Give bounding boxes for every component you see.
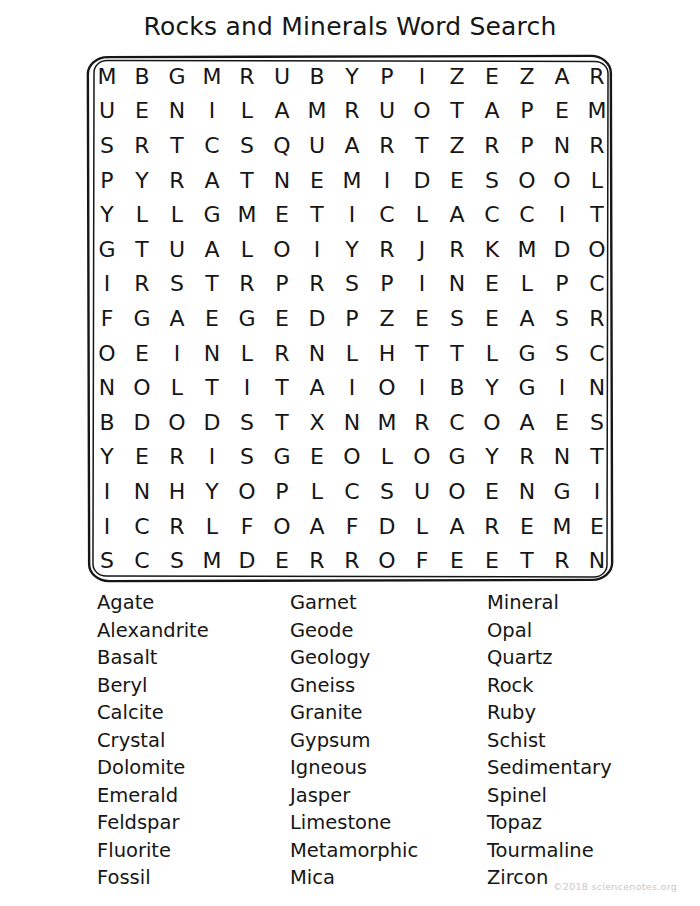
grid-cell-r8c13[interactable]: A bbox=[510, 302, 545, 337]
grid-cell-r14c6[interactable]: O bbox=[265, 509, 300, 544]
grid-cell-r2c7[interactable]: M bbox=[300, 94, 335, 129]
grid-cell-r11c5[interactable]: S bbox=[230, 405, 265, 440]
grid-cell-r10c1[interactable]: N bbox=[90, 371, 125, 406]
grid-cell-r4c5[interactable]: T bbox=[230, 163, 265, 198]
grid-cell-r11c10[interactable]: R bbox=[405, 405, 440, 440]
grid-cell-r7c6[interactable]: P bbox=[265, 267, 300, 302]
grid-cell-r3c3[interactable]: T bbox=[160, 129, 195, 164]
word-item-opal: Opal bbox=[487, 617, 612, 645]
word-item-alexandrite: Alexandrite bbox=[97, 617, 209, 645]
word-item-basalt: Basalt bbox=[97, 644, 209, 672]
grid-cell-r5c3[interactable]: L bbox=[160, 198, 195, 233]
grid-cell-r15c11[interactable]: E bbox=[440, 544, 475, 579]
grid-cell-r7c11[interactable]: N bbox=[440, 267, 475, 302]
word-search-page: Rocks and Minerals Word Search MBGMRUBYP… bbox=[0, 0, 700, 906]
grid-cell-r8c14[interactable]: S bbox=[545, 302, 580, 337]
grid-cell-r3c2[interactable]: R bbox=[125, 129, 160, 164]
word-item-mica: Mica bbox=[290, 864, 418, 892]
grid-cell-r15c14[interactable]: R bbox=[545, 544, 580, 579]
grid-cell-r1c7[interactable]: B bbox=[300, 60, 335, 95]
grid-cell-r3c7[interactable]: U bbox=[300, 129, 335, 164]
grid-cell-r4c14[interactable]: O bbox=[545, 163, 580, 198]
grid-cell-r5c5[interactable]: M bbox=[230, 198, 265, 233]
grid-cell-r4c8[interactable]: M bbox=[335, 163, 370, 198]
word-item-geology: Geology bbox=[290, 644, 418, 672]
grid-cell-r2c3[interactable]: N bbox=[160, 94, 195, 129]
grid-cell-r8c9[interactable]: Z bbox=[370, 302, 405, 337]
grid-cell-r13c1[interactable]: I bbox=[90, 475, 125, 510]
word-item-schist: Schist bbox=[487, 727, 612, 755]
word-item-rock: Rock bbox=[487, 672, 612, 700]
grid-cell-r3c11[interactable]: Z bbox=[440, 129, 475, 164]
grid-cell-r15c8[interactable]: R bbox=[335, 544, 370, 579]
grid-cell-r4c6[interactable]: N bbox=[265, 163, 300, 198]
grid-cell-r6c11[interactable]: R bbox=[440, 232, 475, 267]
grid-cell-r13c8[interactable]: C bbox=[335, 475, 370, 510]
grid-cell-r12c5[interactable]: S bbox=[230, 440, 265, 475]
grid-cell-r8c10[interactable]: E bbox=[405, 302, 440, 337]
grid-cell-r2c11[interactable]: T bbox=[440, 94, 475, 129]
grid-cell-r8c4[interactable]: E bbox=[195, 302, 230, 337]
grid-cell-r15c3[interactable]: S bbox=[160, 544, 195, 579]
grid-cell-r5c15[interactable]: T bbox=[580, 198, 615, 233]
grid-cell-r15c13[interactable]: T bbox=[510, 544, 545, 579]
grid-cell-r12c12[interactable]: Y bbox=[475, 440, 510, 475]
grid-cell-r15c4[interactable]: M bbox=[195, 544, 230, 579]
word-item-sedimentary: Sedimentary bbox=[487, 754, 612, 782]
grid-cell-r4c2[interactable]: Y bbox=[125, 163, 160, 198]
grid-cell-r11c6[interactable]: T bbox=[265, 405, 300, 440]
grid-cell-r3c9[interactable]: R bbox=[370, 129, 405, 164]
grid-cell-r6c8[interactable]: Y bbox=[335, 232, 370, 267]
grid-cell-r6c12[interactable]: K bbox=[475, 232, 510, 267]
copyright-text: ©2018 sciencenotes.org bbox=[553, 881, 677, 892]
word-item-calcite: Calcite bbox=[97, 699, 209, 727]
grid-cell-r3c6[interactable]: Q bbox=[265, 129, 300, 164]
grid-cell-r15c7[interactable]: R bbox=[300, 544, 335, 579]
word-item-agate: Agate bbox=[97, 589, 209, 617]
grid-cell-r10c4[interactable]: T bbox=[195, 371, 230, 406]
grid-cell-r14c7[interactable]: A bbox=[300, 509, 335, 544]
word-item-fluorite: Fluorite bbox=[97, 837, 209, 865]
grid-cell-r2c12[interactable]: A bbox=[475, 94, 510, 129]
grid-cell-r12c15[interactable]: T bbox=[580, 440, 615, 475]
word-item-gneiss: Gneiss bbox=[290, 672, 418, 700]
grid-cell-r1c1[interactable]: M bbox=[90, 60, 125, 95]
grid-cell-r12c11[interactable]: G bbox=[440, 440, 475, 475]
grid-cell-r7c14[interactable]: P bbox=[545, 267, 580, 302]
grid-cell-r12c3[interactable]: R bbox=[160, 440, 195, 475]
grid-cell-r7c5[interactable]: R bbox=[230, 267, 265, 302]
grid-cell-r13c9[interactable]: S bbox=[370, 475, 405, 510]
word-item-gypsum: Gypsum bbox=[290, 727, 418, 755]
grid-cell-r5c12[interactable]: C bbox=[475, 198, 510, 233]
grid-cell-r1c12[interactable]: E bbox=[475, 60, 510, 95]
grid-cell-r11c9[interactable]: M bbox=[370, 405, 405, 440]
grid-cell-r14c8[interactable]: F bbox=[335, 509, 370, 544]
grid-cell-r6c13[interactable]: M bbox=[510, 232, 545, 267]
grid-cell-r2c10[interactable]: O bbox=[405, 94, 440, 129]
grid-cell-r3c10[interactable]: T bbox=[405, 129, 440, 164]
word-item-ruby: Ruby bbox=[487, 699, 612, 727]
grid-cell-r14c1[interactable]: I bbox=[90, 509, 125, 544]
grid-cell-r9c9[interactable]: H bbox=[370, 336, 405, 371]
grid-cell-r9c1[interactable]: O bbox=[90, 336, 125, 371]
grid-cell-r10c7[interactable]: A bbox=[300, 371, 335, 406]
grid-cell-r15c15[interactable]: N bbox=[580, 544, 615, 579]
grid-cell-r6c14[interactable]: D bbox=[545, 232, 580, 267]
grid-cell-r6c5[interactable]: L bbox=[230, 232, 265, 267]
grid-cell-r14c11[interactable]: A bbox=[440, 509, 475, 544]
grid-cell-r5c1[interactable]: Y bbox=[90, 198, 125, 233]
grid-cell-r1c2[interactable]: B bbox=[125, 60, 160, 95]
grid-cell-r15c9[interactable]: O bbox=[370, 544, 405, 579]
grid-cell-r7c1[interactable]: I bbox=[90, 267, 125, 302]
grid-cell-r5c6[interactable]: E bbox=[265, 198, 300, 233]
grid-cell-r7c8[interactable]: S bbox=[335, 267, 370, 302]
grid-cell-r11c15[interactable]: S bbox=[580, 405, 615, 440]
grid-cell-r13c12[interactable]: E bbox=[475, 475, 510, 510]
grid-cell-r10c15[interactable]: N bbox=[580, 371, 615, 406]
grid-cell-r12c14[interactable]: N bbox=[545, 440, 580, 475]
grid-cell-r2c15[interactable]: M bbox=[580, 94, 615, 129]
grid-cell-r6c15[interactable]: O bbox=[580, 232, 615, 267]
grid-cell-r14c5[interactable]: F bbox=[230, 509, 265, 544]
word-item-mineral: Mineral bbox=[487, 589, 612, 617]
grid-cell-r2c1[interactable]: U bbox=[90, 94, 125, 129]
grid-cell-r11c7[interactable]: X bbox=[300, 405, 335, 440]
grid-cell-r2c9[interactable]: U bbox=[370, 94, 405, 129]
grid-cell-r2c4[interactable]: I bbox=[195, 94, 230, 129]
word-item-beryl: Beryl bbox=[97, 672, 209, 700]
grid-cell-r14c14[interactable]: M bbox=[545, 509, 580, 544]
grid-cell-r14c13[interactable]: E bbox=[510, 509, 545, 544]
grid-cell-r11c8[interactable]: N bbox=[335, 405, 370, 440]
word-item-limestone: Limestone bbox=[290, 809, 418, 837]
grid-cell-r1c15[interactable]: R bbox=[580, 60, 615, 95]
grid-cell-r3c4[interactable]: C bbox=[195, 129, 230, 164]
grid-cell-r3c14[interactable]: N bbox=[545, 129, 580, 164]
grid-cell-r5c9[interactable]: C bbox=[370, 198, 405, 233]
grid-cell-r7c15[interactable]: C bbox=[580, 267, 615, 302]
page-title: Rocks and Minerals Word Search bbox=[0, 12, 700, 41]
grid-cell-r1c6[interactable]: U bbox=[265, 60, 300, 95]
grid-cell-r14c3[interactable]: R bbox=[160, 509, 195, 544]
word-list-column-2: GarnetGeodeGeologyGneissGraniteGypsumIgn… bbox=[290, 589, 418, 892]
grid-cell-r5c13[interactable]: C bbox=[510, 198, 545, 233]
grid-cell-r7c2[interactable]: R bbox=[125, 267, 160, 302]
grid-cell-r5c4[interactable]: G bbox=[195, 198, 230, 233]
grid-cell-r9c12[interactable]: L bbox=[475, 336, 510, 371]
grid-cell-r5c7[interactable]: T bbox=[300, 198, 335, 233]
grid-cell-r8c12[interactable]: E bbox=[475, 302, 510, 337]
grid-cell-r15c12[interactable]: E bbox=[475, 544, 510, 579]
grid-cell-r6c1[interactable]: G bbox=[90, 232, 125, 267]
grid-cell-r2c2[interactable]: E bbox=[125, 94, 160, 129]
grid-cell-r3c1[interactable]: S bbox=[90, 129, 125, 164]
grid-cell-r2c5[interactable]: L bbox=[230, 94, 265, 129]
grid-cell-r11c2[interactable]: D bbox=[125, 405, 160, 440]
grid-cell-r9c7[interactable]: N bbox=[300, 336, 335, 371]
grid-cell-r13c15[interactable]: I bbox=[580, 475, 615, 510]
grid-cell-r3c15[interactable]: R bbox=[580, 129, 615, 164]
grid-cell-r13c10[interactable]: U bbox=[405, 475, 440, 510]
grid-cell-r4c13[interactable]: O bbox=[510, 163, 545, 198]
grid-cell-r8c2[interactable]: G bbox=[125, 302, 160, 337]
grid-cell-r1c13[interactable]: Z bbox=[510, 60, 545, 95]
grid-cell-r5c11[interactable]: A bbox=[440, 198, 475, 233]
grid-cell-r12c9[interactable]: L bbox=[370, 440, 405, 475]
grid-cell-r8c3[interactable]: A bbox=[160, 302, 195, 337]
grid-cell-r7c3[interactable]: S bbox=[160, 267, 195, 302]
grid-cell-r2c13[interactable]: P bbox=[510, 94, 545, 129]
grid-cell-r4c3[interactable]: R bbox=[160, 163, 195, 198]
grid-cell-r12c13[interactable]: R bbox=[510, 440, 545, 475]
grid-cell-r13c2[interactable]: N bbox=[125, 475, 160, 510]
word-item-spinel: Spinel bbox=[487, 782, 612, 810]
grid-cell-r7c12[interactable]: E bbox=[475, 267, 510, 302]
grid-cell-r2c6[interactable]: A bbox=[265, 94, 300, 129]
grid-cell-r14c12[interactable]: R bbox=[475, 509, 510, 544]
grid-cell-r2c14[interactable]: E bbox=[545, 94, 580, 129]
grid-cell-r1c5[interactable]: R bbox=[230, 60, 265, 95]
grid-cell-r5c10[interactable]: L bbox=[405, 198, 440, 233]
grid-cell-r5c14[interactable]: I bbox=[545, 198, 580, 233]
grid-cell-r6c7[interactable]: I bbox=[300, 232, 335, 267]
grid-cell-r4c15[interactable]: L bbox=[580, 163, 615, 198]
grid-cell-r15c10[interactable]: F bbox=[405, 544, 440, 579]
word-item-geode: Geode bbox=[290, 617, 418, 645]
grid-cell-r10c13[interactable]: G bbox=[510, 371, 545, 406]
word-list-column-3: MineralOpalQuartzRockRubySchistSedimenta… bbox=[487, 589, 612, 892]
grid-cell-r7c10[interactable]: I bbox=[405, 267, 440, 302]
word-list-column-1: AgateAlexandriteBasaltBerylCalciteCrysta… bbox=[97, 589, 209, 892]
grid-cell-r4c11[interactable]: E bbox=[440, 163, 475, 198]
grid-cell-r4c4[interactable]: A bbox=[195, 163, 230, 198]
grid-cell-r8c6[interactable]: E bbox=[265, 302, 300, 337]
grid-cell-r3c8[interactable]: A bbox=[335, 129, 370, 164]
grid-cell-r5c2[interactable]: L bbox=[125, 198, 160, 233]
grid-cell-r11c1[interactable]: B bbox=[90, 405, 125, 440]
grid-cell-r14c9[interactable]: D bbox=[370, 509, 405, 544]
grid-cell-r10c11[interactable]: B bbox=[440, 371, 475, 406]
grid-cell-r9c4[interactable]: N bbox=[195, 336, 230, 371]
word-item-feldspar: Feldspar bbox=[97, 809, 209, 837]
grid-cell-r10c6[interactable]: T bbox=[265, 371, 300, 406]
grid-cell-r9c10[interactable]: T bbox=[405, 336, 440, 371]
word-item-fossil: Fossil bbox=[97, 864, 209, 892]
grid-cell-r10c8[interactable]: I bbox=[335, 371, 370, 406]
word-item-jasper: Jasper bbox=[290, 782, 418, 810]
grid-cell-r6c4[interactable]: A bbox=[195, 232, 230, 267]
grid-cell-r15c6[interactable]: E bbox=[265, 544, 300, 579]
grid-cell-r11c3[interactable]: O bbox=[160, 405, 195, 440]
grid-cell-r13c6[interactable]: P bbox=[265, 475, 300, 510]
grid-cell-r3c13[interactable]: P bbox=[510, 129, 545, 164]
grid-cell-r4c12[interactable]: S bbox=[475, 163, 510, 198]
grid-cell-r4c7[interactable]: E bbox=[300, 163, 335, 198]
grid-cell-r11c11[interactable]: C bbox=[440, 405, 475, 440]
grid-cell-r4c1[interactable]: P bbox=[90, 163, 125, 198]
grid-cell-r7c13[interactable]: L bbox=[510, 267, 545, 302]
grid-cell-r11c14[interactable]: E bbox=[545, 405, 580, 440]
word-item-garnet: Garnet bbox=[290, 589, 418, 617]
grid-cell-r15c2[interactable]: C bbox=[125, 544, 160, 579]
grid-cell-r9c8[interactable]: L bbox=[335, 336, 370, 371]
grid-cell-r12c1[interactable]: Y bbox=[90, 440, 125, 475]
grid-cell-r9c2[interactable]: E bbox=[125, 336, 160, 371]
grid-cell-r6c3[interactable]: U bbox=[160, 232, 195, 267]
grid-cell-r9c14[interactable]: S bbox=[545, 336, 580, 371]
grid-cell-r1c9[interactable]: P bbox=[370, 60, 405, 95]
grid-cell-r8c15[interactable]: R bbox=[580, 302, 615, 337]
grid-cell-r9c13[interactable]: G bbox=[510, 336, 545, 371]
grid-cell-r1c3[interactable]: G bbox=[160, 60, 195, 95]
grid-cell-r14c2[interactable]: C bbox=[125, 509, 160, 544]
word-item-dolomite: Dolomite bbox=[97, 754, 209, 782]
grid-cell-r7c7[interactable]: R bbox=[300, 267, 335, 302]
grid-cell-r12c4[interactable]: I bbox=[195, 440, 230, 475]
grid-cell-r6c9[interactable]: R bbox=[370, 232, 405, 267]
grid-cell-r8c8[interactable]: P bbox=[335, 302, 370, 337]
grid-cell-r3c12[interactable]: R bbox=[475, 129, 510, 164]
grid-cell-r10c14[interactable]: I bbox=[545, 371, 580, 406]
grid-cell-r13c14[interactable]: G bbox=[545, 475, 580, 510]
grid-cell-r12c6[interactable]: G bbox=[265, 440, 300, 475]
grid-cell-r8c5[interactable]: G bbox=[230, 302, 265, 337]
word-item-crystal: Crystal bbox=[97, 727, 209, 755]
grid-cell-r1c11[interactable]: Z bbox=[440, 60, 475, 95]
grid-cell-r1c4[interactable]: M bbox=[195, 60, 230, 95]
grid-cell-r10c9[interactable]: O bbox=[370, 371, 405, 406]
grid-cell-r14c4[interactable]: L bbox=[195, 509, 230, 544]
grid-cell-r12c8[interactable]: O bbox=[335, 440, 370, 475]
grid-cell-r8c1[interactable]: F bbox=[90, 302, 125, 337]
grid-cell-r13c4[interactable]: Y bbox=[195, 475, 230, 510]
grid-cell-r4c10[interactable]: D bbox=[405, 163, 440, 198]
grid-cell-r13c3[interactable]: H bbox=[160, 475, 195, 510]
grid-cell-r7c9[interactable]: P bbox=[370, 267, 405, 302]
word-item-topaz: Topaz bbox=[487, 809, 612, 837]
grid-cell-r14c10[interactable]: L bbox=[405, 509, 440, 544]
grid-cell-r6c6[interactable]: O bbox=[265, 232, 300, 267]
grid-cell-r7c4[interactable]: T bbox=[195, 267, 230, 302]
grid-cell-r10c12[interactable]: Y bbox=[475, 371, 510, 406]
word-item-tourmaline: Tourmaline bbox=[487, 837, 612, 865]
grid-cell-r10c5[interactable]: I bbox=[230, 371, 265, 406]
grid-cell-r11c12[interactable]: O bbox=[475, 405, 510, 440]
grid-cell-r11c4[interactable]: D bbox=[195, 405, 230, 440]
grid-cell-r13c5[interactable]: O bbox=[230, 475, 265, 510]
grid-cell-r1c14[interactable]: A bbox=[545, 60, 580, 95]
word-search-grid: MBGMRUBYPIZEZARUENILAMRUOTAPEMSRTCSQUART… bbox=[90, 60, 615, 579]
grid-cell-r14c15[interactable]: E bbox=[580, 509, 615, 544]
grid-cell-r12c2[interactable]: E bbox=[125, 440, 160, 475]
grid-cell-r9c5[interactable]: L bbox=[230, 336, 265, 371]
grid-cell-r6c2[interactable]: T bbox=[125, 232, 160, 267]
grid-cell-r15c5[interactable]: D bbox=[230, 544, 265, 579]
word-item-metamorphic: Metamorphic bbox=[290, 837, 418, 865]
grid-cell-r13c7[interactable]: L bbox=[300, 475, 335, 510]
grid-cell-r1c8[interactable]: Y bbox=[335, 60, 370, 95]
grid-cell-r12c7[interactable]: E bbox=[300, 440, 335, 475]
grid-cell-r15c1[interactable]: S bbox=[90, 544, 125, 579]
grid-cell-r10c2[interactable]: O bbox=[125, 371, 160, 406]
grid-cell-r10c10[interactable]: I bbox=[405, 371, 440, 406]
grid-cell-r12c10[interactable]: O bbox=[405, 440, 440, 475]
word-item-granite: Granite bbox=[290, 699, 418, 727]
grid-cell-r9c15[interactable]: C bbox=[580, 336, 615, 371]
grid-cell-r10c3[interactable]: L bbox=[160, 371, 195, 406]
word-item-emerald: Emerald bbox=[97, 782, 209, 810]
grid-cell-r9c6[interactable]: R bbox=[265, 336, 300, 371]
grid-cell-r13c13[interactable]: N bbox=[510, 475, 545, 510]
grid-cell-r5c8[interactable]: I bbox=[335, 198, 370, 233]
grid-cell-r9c3[interactable]: I bbox=[160, 336, 195, 371]
word-item-quartz: Quartz bbox=[487, 644, 612, 672]
grid-cell-r13c11[interactable]: O bbox=[440, 475, 475, 510]
grid-cell-r1c10[interactable]: I bbox=[405, 60, 440, 95]
grid-cell-r8c7[interactable]: D bbox=[300, 302, 335, 337]
grid-cell-r9c11[interactable]: T bbox=[440, 336, 475, 371]
grid-cell-r11c13[interactable]: A bbox=[510, 405, 545, 440]
grid-cell-r4c9[interactable]: I bbox=[370, 163, 405, 198]
word-item-igneous: Igneous bbox=[290, 754, 418, 782]
grid-cell-r3c5[interactable]: S bbox=[230, 129, 265, 164]
grid-cell-r2c8[interactable]: R bbox=[335, 94, 370, 129]
grid-cell-r6c10[interactable]: J bbox=[405, 232, 440, 267]
grid-cell-r8c11[interactable]: S bbox=[440, 302, 475, 337]
